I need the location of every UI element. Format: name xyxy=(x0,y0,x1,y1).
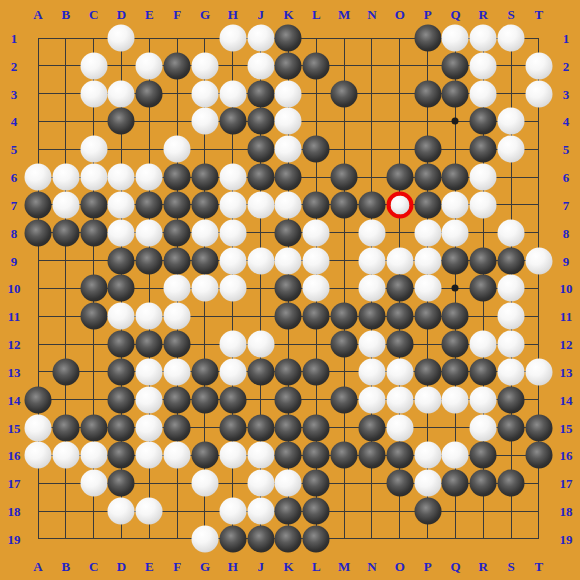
stone-white-E11 xyxy=(136,303,163,330)
stone-black-P7 xyxy=(414,191,441,218)
stone-black-D15 xyxy=(108,414,135,441)
stone-black-L16 xyxy=(303,442,330,469)
stone-black-F2 xyxy=(164,52,191,79)
stone-black-D13 xyxy=(108,358,135,385)
stone-white-J12 xyxy=(247,331,274,358)
stone-white-S4 xyxy=(498,108,525,135)
row-label-left-18: 18 xyxy=(8,505,21,518)
row-label-right-6: 6 xyxy=(563,171,570,184)
stone-black-R4 xyxy=(470,108,497,135)
stone-white-E15 xyxy=(136,414,163,441)
stone-black-D4 xyxy=(108,108,135,135)
stone-white-P8 xyxy=(414,219,441,246)
stone-white-G2 xyxy=(191,52,218,79)
stone-black-Q12 xyxy=(442,331,469,358)
stone-white-Q14 xyxy=(442,386,469,413)
col-label-top-S: S xyxy=(507,8,514,21)
stone-black-L19 xyxy=(303,525,330,552)
row-label-left-4: 4 xyxy=(11,115,18,128)
stone-black-R13 xyxy=(470,358,497,385)
stone-black-K1 xyxy=(275,25,302,52)
stone-white-O15 xyxy=(386,414,413,441)
stone-black-M7 xyxy=(331,191,358,218)
stone-black-F7 xyxy=(164,191,191,218)
stone-black-N7 xyxy=(358,191,385,218)
stone-black-L13 xyxy=(303,358,330,385)
stone-white-S5 xyxy=(498,136,525,163)
stone-black-H4 xyxy=(219,108,246,135)
stone-black-O6 xyxy=(386,164,413,191)
stone-black-R9 xyxy=(470,247,497,274)
stone-white-N13 xyxy=(358,358,385,385)
stone-white-P14 xyxy=(414,386,441,413)
stone-black-K19 xyxy=(275,525,302,552)
stone-black-K16 xyxy=(275,442,302,469)
stone-white-D7 xyxy=(108,191,135,218)
col-label-bottom-R: R xyxy=(479,560,488,573)
stone-white-O9 xyxy=(386,247,413,274)
stone-white-E6 xyxy=(136,164,163,191)
stone-white-F10 xyxy=(164,275,191,302)
stone-white-D3 xyxy=(108,80,135,107)
row-label-left-12: 12 xyxy=(8,338,21,351)
row-label-right-7: 7 xyxy=(563,198,570,211)
col-label-top-Q: Q xyxy=(450,8,460,21)
stone-black-F12 xyxy=(164,331,191,358)
row-label-left-11: 11 xyxy=(8,310,20,323)
stone-black-A8 xyxy=(25,219,52,246)
stone-white-N8 xyxy=(358,219,385,246)
stone-white-K3 xyxy=(275,80,302,107)
stone-white-P17 xyxy=(414,470,441,497)
stone-black-L17 xyxy=(303,470,330,497)
stone-black-F14 xyxy=(164,386,191,413)
stone-black-P6 xyxy=(414,164,441,191)
stone-black-O10 xyxy=(386,275,413,302)
stone-white-L9 xyxy=(303,247,330,274)
stone-white-D1 xyxy=(108,25,135,52)
stone-white-C6 xyxy=(80,164,107,191)
star-point-Q4 xyxy=(452,118,459,125)
stone-black-P3 xyxy=(414,80,441,107)
stone-black-Q9 xyxy=(442,247,469,274)
row-label-right-13: 13 xyxy=(560,365,573,378)
stone-white-J7 xyxy=(247,191,274,218)
stone-white-R1 xyxy=(470,25,497,52)
row-label-right-11: 11 xyxy=(560,310,572,323)
stone-black-R5 xyxy=(470,136,497,163)
stone-white-C3 xyxy=(80,80,107,107)
stone-black-G13 xyxy=(191,358,218,385)
row-label-right-9: 9 xyxy=(563,254,570,267)
stone-black-K18 xyxy=(275,498,302,525)
stone-black-H19 xyxy=(219,525,246,552)
col-label-top-G: G xyxy=(200,8,210,21)
stone-black-Q11 xyxy=(442,303,469,330)
stone-black-P18 xyxy=(414,498,441,525)
stone-black-F6 xyxy=(164,164,191,191)
stone-black-P13 xyxy=(414,358,441,385)
stone-black-P11 xyxy=(414,303,441,330)
stone-white-N14 xyxy=(358,386,385,413)
stone-white-J9 xyxy=(247,247,274,274)
stone-white-K9 xyxy=(275,247,302,274)
col-label-top-E: E xyxy=(145,8,154,21)
stone-black-B8 xyxy=(52,219,79,246)
stone-white-S10 xyxy=(498,275,525,302)
stone-white-E14 xyxy=(136,386,163,413)
stone-black-K11 xyxy=(275,303,302,330)
stone-white-G10 xyxy=(191,275,218,302)
stone-white-H8 xyxy=(219,219,246,246)
col-label-bottom-T: T xyxy=(535,560,544,573)
row-label-right-18: 18 xyxy=(560,505,573,518)
stone-white-B7 xyxy=(52,191,79,218)
stone-white-B6 xyxy=(52,164,79,191)
stone-white-Q1 xyxy=(442,25,469,52)
stone-black-M11 xyxy=(331,303,358,330)
stone-black-J15 xyxy=(247,414,274,441)
stone-black-T15 xyxy=(525,414,552,441)
stone-black-R10 xyxy=(470,275,497,302)
stone-black-H15 xyxy=(219,414,246,441)
row-label-left-19: 19 xyxy=(8,532,21,545)
stone-black-Q2 xyxy=(442,52,469,79)
col-label-top-M: M xyxy=(338,8,350,21)
stone-white-S8 xyxy=(498,219,525,246)
stone-white-K5 xyxy=(275,136,302,163)
stone-black-K13 xyxy=(275,358,302,385)
stone-black-Q13 xyxy=(442,358,469,385)
stone-black-H14 xyxy=(219,386,246,413)
row-label-right-1: 1 xyxy=(563,32,570,45)
stone-black-R17 xyxy=(470,470,497,497)
stone-white-G17 xyxy=(191,470,218,497)
stone-white-P9 xyxy=(414,247,441,274)
stone-white-F11 xyxy=(164,303,191,330)
stone-black-L18 xyxy=(303,498,330,525)
row-label-left-10: 10 xyxy=(8,282,21,295)
stone-black-Q17 xyxy=(442,470,469,497)
stone-white-P16 xyxy=(414,442,441,469)
row-label-left-7: 7 xyxy=(11,198,18,211)
stone-white-H16 xyxy=(219,442,246,469)
stone-white-J1 xyxy=(247,25,274,52)
stone-white-F13 xyxy=(164,358,191,385)
stone-white-R2 xyxy=(470,52,497,79)
stone-white-J18 xyxy=(247,498,274,525)
stone-white-K7 xyxy=(275,191,302,218)
col-label-top-K: K xyxy=(283,8,293,21)
stone-white-P10 xyxy=(414,275,441,302)
row-label-right-2: 2 xyxy=(563,59,570,72)
stone-white-R12 xyxy=(470,331,497,358)
stone-white-S13 xyxy=(498,358,525,385)
stone-black-J13 xyxy=(247,358,274,385)
stone-black-N15 xyxy=(358,414,385,441)
stone-black-D16 xyxy=(108,442,135,469)
stone-white-F5 xyxy=(164,136,191,163)
col-label-top-N: N xyxy=(367,8,376,21)
col-label-top-D: D xyxy=(117,8,126,21)
col-label-top-B: B xyxy=(61,8,70,21)
stone-white-D18 xyxy=(108,498,135,525)
col-label-bottom-B: B xyxy=(61,560,70,573)
row-label-right-12: 12 xyxy=(560,338,573,351)
col-label-bottom-K: K xyxy=(283,560,293,573)
stone-black-J3 xyxy=(247,80,274,107)
stone-black-D12 xyxy=(108,331,135,358)
row-label-right-4: 4 xyxy=(563,115,570,128)
stone-black-K15 xyxy=(275,414,302,441)
stone-white-C2 xyxy=(80,52,107,79)
col-label-bottom-P: P xyxy=(424,560,432,573)
stone-black-L11 xyxy=(303,303,330,330)
col-label-top-O: O xyxy=(395,8,405,21)
stone-black-Q3 xyxy=(442,80,469,107)
stone-black-L7 xyxy=(303,191,330,218)
stone-white-N9 xyxy=(358,247,385,274)
stone-black-G6 xyxy=(191,164,218,191)
stone-black-P5 xyxy=(414,136,441,163)
col-label-top-H: H xyxy=(228,8,238,21)
stone-white-H1 xyxy=(219,25,246,52)
stone-black-G14 xyxy=(191,386,218,413)
stone-black-R16 xyxy=(470,442,497,469)
stone-black-T16 xyxy=(525,442,552,469)
stone-white-R6 xyxy=(470,164,497,191)
stone-white-F16 xyxy=(164,442,191,469)
stone-black-G16 xyxy=(191,442,218,469)
stone-black-J6 xyxy=(247,164,274,191)
stone-white-R3 xyxy=(470,80,497,107)
stone-black-M16 xyxy=(331,442,358,469)
stone-black-O16 xyxy=(386,442,413,469)
stone-white-R14 xyxy=(470,386,497,413)
col-label-bottom-H: H xyxy=(228,560,238,573)
row-label-left-5: 5 xyxy=(11,143,18,156)
col-label-bottom-M: M xyxy=(338,560,350,573)
stone-black-C11 xyxy=(80,303,107,330)
stone-white-R7 xyxy=(470,191,497,218)
stone-black-G7 xyxy=(191,191,218,218)
stone-black-K2 xyxy=(275,52,302,79)
col-label-top-F: F xyxy=(173,8,181,21)
stone-white-T2 xyxy=(525,52,552,79)
stone-white-L8 xyxy=(303,219,330,246)
stone-black-L2 xyxy=(303,52,330,79)
row-label-left-17: 17 xyxy=(8,477,21,490)
stone-white-J17 xyxy=(247,470,274,497)
col-label-bottom-J: J xyxy=(257,560,264,573)
stone-white-S12 xyxy=(498,331,525,358)
stone-black-A7 xyxy=(25,191,52,218)
stone-black-E3 xyxy=(136,80,163,107)
stone-black-K14 xyxy=(275,386,302,413)
row-label-right-17: 17 xyxy=(560,477,573,490)
stone-black-C15 xyxy=(80,414,107,441)
stone-black-F15 xyxy=(164,414,191,441)
stone-black-L5 xyxy=(303,136,330,163)
stone-black-L15 xyxy=(303,414,330,441)
row-label-left-1: 1 xyxy=(11,32,18,45)
stone-white-Q16 xyxy=(442,442,469,469)
stone-white-H13 xyxy=(219,358,246,385)
stone-white-J16 xyxy=(247,442,274,469)
row-label-right-14: 14 xyxy=(560,393,573,406)
col-label-top-R: R xyxy=(479,8,488,21)
stone-black-D9 xyxy=(108,247,135,274)
stone-white-J2 xyxy=(247,52,274,79)
row-label-right-3: 3 xyxy=(563,87,570,100)
col-label-bottom-L: L xyxy=(312,560,321,573)
stone-white-C17 xyxy=(80,470,107,497)
stone-white-H3 xyxy=(219,80,246,107)
stone-white-D6 xyxy=(108,164,135,191)
stone-black-D14 xyxy=(108,386,135,413)
stone-black-J19 xyxy=(247,525,274,552)
stone-black-F8 xyxy=(164,219,191,246)
stone-black-S14 xyxy=(498,386,525,413)
stone-black-M12 xyxy=(331,331,358,358)
stone-white-E8 xyxy=(136,219,163,246)
stone-black-C7 xyxy=(80,191,107,218)
stone-white-H12 xyxy=(219,331,246,358)
stone-white-N10 xyxy=(358,275,385,302)
col-label-top-A: A xyxy=(33,8,42,21)
stone-white-E13 xyxy=(136,358,163,385)
stone-white-K17 xyxy=(275,470,302,497)
stone-white-G8 xyxy=(191,219,218,246)
stone-white-C5 xyxy=(80,136,107,163)
stone-black-G9 xyxy=(191,247,218,274)
stone-white-N12 xyxy=(358,331,385,358)
stone-white-O14 xyxy=(386,386,413,413)
stone-black-S17 xyxy=(498,470,525,497)
col-label-bottom-C: C xyxy=(89,560,98,573)
stone-black-K8 xyxy=(275,219,302,246)
stone-black-D17 xyxy=(108,470,135,497)
stone-black-N16 xyxy=(358,442,385,469)
stone-white-E18 xyxy=(136,498,163,525)
stone-black-O12 xyxy=(386,331,413,358)
col-label-top-C: C xyxy=(89,8,98,21)
stone-white-Q8 xyxy=(442,219,469,246)
stone-black-E12 xyxy=(136,331,163,358)
col-label-top-P: P xyxy=(424,8,432,21)
stone-black-S9 xyxy=(498,247,525,274)
stone-white-T9 xyxy=(525,247,552,274)
stone-black-F9 xyxy=(164,247,191,274)
stone-black-E9 xyxy=(136,247,163,274)
stone-black-K6 xyxy=(275,164,302,191)
col-label-top-J: J xyxy=(257,8,264,21)
row-label-left-16: 16 xyxy=(8,449,21,462)
stone-black-A14 xyxy=(25,386,52,413)
stone-white-O7-last-move-marker xyxy=(386,191,413,218)
stone-black-P1 xyxy=(414,25,441,52)
stone-white-E16 xyxy=(136,442,163,469)
stone-white-S1 xyxy=(498,25,525,52)
stone-white-H9 xyxy=(219,247,246,274)
stone-black-Q6 xyxy=(442,164,469,191)
stone-black-O11 xyxy=(386,303,413,330)
stone-white-S11 xyxy=(498,303,525,330)
stone-white-T3 xyxy=(525,80,552,107)
stone-white-O13 xyxy=(386,358,413,385)
col-label-bottom-D: D xyxy=(117,560,126,573)
stone-white-L10 xyxy=(303,275,330,302)
stone-black-C10 xyxy=(80,275,107,302)
stone-black-J5 xyxy=(247,136,274,163)
row-label-left-14: 14 xyxy=(8,393,21,406)
stone-white-H7 xyxy=(219,191,246,218)
stone-white-G4 xyxy=(191,108,218,135)
stone-white-A6 xyxy=(25,164,52,191)
stone-white-D8 xyxy=(108,219,135,246)
col-label-bottom-F: F xyxy=(173,560,181,573)
stone-white-T13 xyxy=(525,358,552,385)
col-label-top-L: L xyxy=(312,8,321,21)
stone-black-O17 xyxy=(386,470,413,497)
stone-white-A16 xyxy=(25,442,52,469)
stone-black-J4 xyxy=(247,108,274,135)
stone-black-E7 xyxy=(136,191,163,218)
col-label-bottom-Q: Q xyxy=(450,560,460,573)
row-label-right-19: 19 xyxy=(560,532,573,545)
col-label-top-T: T xyxy=(535,8,544,21)
row-label-left-8: 8 xyxy=(11,226,18,239)
row-label-left-2: 2 xyxy=(11,59,18,72)
stone-white-G19 xyxy=(191,525,218,552)
col-label-bottom-A: A xyxy=(33,560,42,573)
row-label-left-6: 6 xyxy=(11,171,18,184)
stone-black-M6 xyxy=(331,164,358,191)
stone-white-Q7 xyxy=(442,191,469,218)
stone-white-K4 xyxy=(275,108,302,135)
stone-white-C16 xyxy=(80,442,107,469)
col-label-bottom-E: E xyxy=(145,560,154,573)
stone-black-B15 xyxy=(52,414,79,441)
col-label-bottom-G: G xyxy=(200,560,210,573)
stone-black-M3 xyxy=(331,80,358,107)
stone-black-B13 xyxy=(52,358,79,385)
stone-white-H6 xyxy=(219,164,246,191)
stone-black-D10 xyxy=(108,275,135,302)
row-label-right-5: 5 xyxy=(563,143,570,156)
stone-black-K10 xyxy=(275,275,302,302)
col-label-bottom-O: O xyxy=(395,560,405,573)
row-label-right-8: 8 xyxy=(563,226,570,239)
col-label-bottom-N: N xyxy=(367,560,376,573)
stone-white-A15 xyxy=(25,414,52,441)
stone-white-G3 xyxy=(191,80,218,107)
row-label-left-3: 3 xyxy=(11,87,18,100)
go-board[interactable]: AA11BB22CC33DD44EE55FF66GG77HH88JJ99KK10… xyxy=(0,0,580,580)
row-label-right-16: 16 xyxy=(560,449,573,462)
stone-black-M14 xyxy=(331,386,358,413)
stone-black-S15 xyxy=(498,414,525,441)
stone-white-E2 xyxy=(136,52,163,79)
row-label-left-15: 15 xyxy=(8,421,21,434)
stone-white-B16 xyxy=(52,442,79,469)
row-label-left-9: 9 xyxy=(11,254,18,267)
row-label-left-13: 13 xyxy=(8,365,21,378)
stone-white-H10 xyxy=(219,275,246,302)
star-point-Q10 xyxy=(452,285,459,292)
row-label-right-10: 10 xyxy=(560,282,573,295)
row-label-right-15: 15 xyxy=(560,421,573,434)
